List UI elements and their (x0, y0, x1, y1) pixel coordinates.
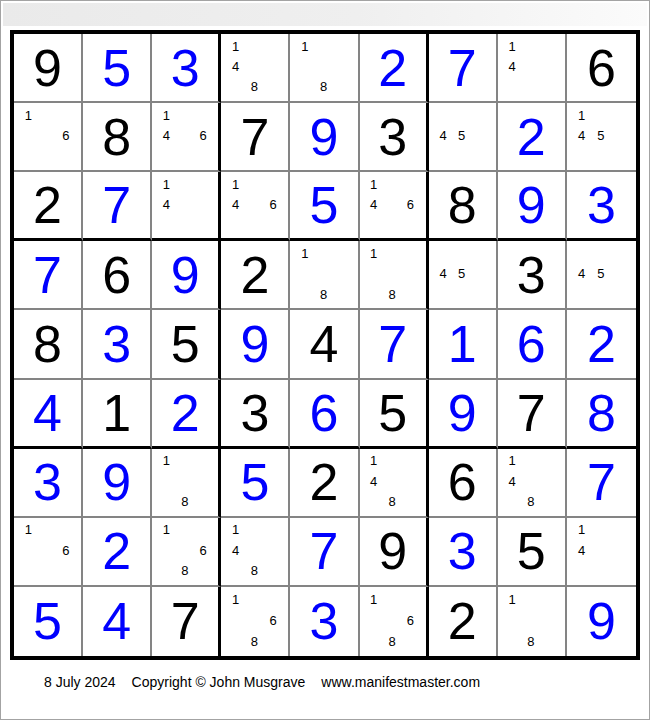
pencil-mark-4: 4 (365, 194, 383, 214)
cell-r1c9[interactable]: 6 (567, 34, 636, 103)
pencil-mark-3 (194, 451, 212, 471)
cell-r3c3[interactable]: 14 (152, 172, 221, 241)
cell-r4c1[interactable]: 7 (14, 241, 83, 310)
pencil-mark-8 (176, 146, 194, 166)
pencil-mark-6 (540, 471, 559, 491)
pencil-mark-9 (540, 77, 559, 97)
cell-r5c4[interactable]: 9 (221, 310, 290, 379)
pencil-mark-2 (176, 520, 194, 540)
cell-r5c3[interactable]: 5 (152, 310, 221, 379)
pencil-mark-5 (521, 56, 540, 76)
pencil-mark-6 (333, 56, 352, 76)
pencil-mark-3 (56, 105, 75, 125)
cell-r7c7[interactable]: 6 (429, 449, 498, 518)
cell-value: 6 (448, 456, 477, 508)
pencil-mark-2 (245, 520, 264, 540)
pencil-mark-4: 4 (572, 540, 591, 560)
pencil-mark-1: 1 (295, 243, 314, 263)
cell-r6c8[interactable]: 7 (498, 380, 567, 449)
pencil-mark-5 (245, 610, 264, 631)
cell-r2c8[interactable]: 2 (498, 103, 567, 172)
pencil-mark-8 (176, 214, 194, 234)
pencil-mark-3 (401, 174, 419, 194)
pencil-mark-8 (383, 214, 401, 234)
pencil-mark-8: 8 (176, 491, 194, 511)
pencil-mark-5 (245, 540, 264, 560)
pencil-mark-4: 4 (157, 194, 175, 214)
pencil-mark-6 (471, 125, 490, 145)
pencil-mark-4 (365, 264, 383, 284)
pencil-mark-9 (611, 561, 630, 581)
pencil-marks: 148 (221, 518, 288, 585)
pencil-mark-2 (591, 243, 610, 263)
pencil-mark-5 (521, 610, 540, 631)
cell-r3c7[interactable]: 8 (429, 172, 498, 241)
pencil-mark-7 (19, 561, 38, 581)
cell-r8c5[interactable]: 7 (290, 518, 359, 587)
pencil-mark-6: 6 (194, 540, 212, 560)
cell-value: 3 (33, 456, 62, 508)
pencil-mark-1: 1 (157, 174, 175, 194)
pencil-mark-2 (38, 520, 57, 540)
cell-value: 3 (587, 179, 616, 231)
cell-value: 9 (587, 595, 616, 647)
cell-r5c6[interactable]: 7 (360, 310, 429, 379)
cell-r2c2[interactable]: 8 (83, 103, 152, 172)
pencil-mark-7 (365, 631, 383, 652)
pencil-mark-1: 1 (19, 105, 38, 125)
cell-r2c9[interactable]: 145 (567, 103, 636, 172)
pencil-mark-9 (401, 284, 419, 304)
pencil-mark-3 (471, 105, 490, 125)
pencil-mark-8 (591, 284, 610, 304)
cell-value: 9 (33, 42, 62, 94)
pencil-mark-1: 1 (226, 174, 245, 194)
cell-r2c3[interactable]: 146 (152, 103, 221, 172)
pencil-mark-3 (264, 36, 283, 56)
pencil-mark-2 (245, 174, 264, 194)
cell-value: 3 (378, 111, 407, 163)
cell-r7c3[interactable]: 18 (152, 449, 221, 518)
cell-r7c6[interactable]: 148 (360, 449, 429, 518)
pencil-mark-9 (56, 561, 75, 581)
cell-r9c6[interactable]: 168 (360, 587, 429, 656)
cell-value: 8 (587, 387, 616, 439)
cell-r5c7[interactable]: 1 (429, 310, 498, 379)
cell-r5c5[interactable]: 4 (290, 310, 359, 379)
pencil-mark-8 (245, 214, 264, 234)
cell-r7c8[interactable]: 148 (498, 449, 567, 518)
pencil-mark-2 (176, 105, 194, 125)
cell-r8c4[interactable]: 148 (221, 518, 290, 587)
pencil-mark-1 (434, 105, 453, 125)
pencil-mark-7 (503, 491, 522, 511)
pencil-mark-3 (471, 243, 490, 263)
pencil-mark-7 (572, 284, 591, 304)
cell-r4c4[interactable]: 2 (221, 241, 290, 310)
cell-value: 3 (310, 595, 339, 647)
cell-value: 9 (102, 456, 131, 508)
cell-r8c7[interactable]: 3 (429, 518, 498, 587)
pencil-mark-4: 4 (503, 471, 522, 491)
cell-r3c2[interactable]: 7 (83, 172, 152, 241)
pencil-mark-6: 6 (264, 194, 283, 214)
pencil-mark-1 (434, 243, 453, 263)
pencil-mark-4: 4 (226, 194, 245, 214)
pencil-mark-9 (611, 284, 630, 304)
pencil-mark-1: 1 (226, 589, 245, 610)
pencil-mark-9 (471, 284, 490, 304)
pencil-mark-1: 1 (157, 105, 175, 125)
cell-r6c7[interactable]: 9 (429, 380, 498, 449)
cell-r8c2[interactable]: 2 (83, 518, 152, 587)
cell-r5c8[interactable]: 6 (498, 310, 567, 379)
cell-r5c9[interactable]: 2 (567, 310, 636, 379)
cell-r4c2[interactable]: 6 (83, 241, 152, 310)
cell-r7c4[interactable]: 5 (221, 449, 290, 518)
pencil-mark-2 (383, 243, 401, 263)
cell-r3c5[interactable]: 5 (290, 172, 359, 241)
pencil-mark-7 (226, 631, 245, 652)
cell-value: 9 (448, 387, 477, 439)
pencil-mark-3 (611, 105, 630, 125)
pencil-mark-3 (333, 36, 352, 56)
cell-r6c3[interactable]: 2 (152, 380, 221, 449)
cell-r6c5[interactable]: 6 (290, 380, 359, 449)
pencil-mark-1: 1 (365, 243, 383, 263)
pencil-mark-9 (194, 146, 212, 166)
pencil-mark-9 (194, 214, 212, 234)
cell-value: 4 (33, 387, 62, 439)
pencil-mark-4: 4 (503, 56, 522, 76)
pencil-mark-4 (503, 610, 522, 631)
cell-value: 7 (378, 318, 407, 370)
cell-r1c8[interactable]: 14 (498, 34, 567, 103)
cell-value: 2 (102, 525, 131, 577)
cell-r7c9[interactable]: 7 (567, 449, 636, 518)
cell-r9c2[interactable]: 4 (83, 587, 152, 656)
pencil-mark-2 (383, 451, 401, 471)
pencil-mark-4: 4 (572, 264, 591, 284)
pencil-mark-2 (314, 243, 333, 263)
pencil-mark-4 (157, 471, 175, 491)
pencil-marks: 168 (152, 518, 218, 585)
pencil-mark-5 (383, 194, 401, 214)
cell-r2c4[interactable]: 7 (221, 103, 290, 172)
pencil-mark-1 (572, 243, 591, 263)
pencil-mark-9 (401, 631, 419, 652)
page: 9531481827146168146793452145271414651468… (0, 0, 650, 720)
pencil-mark-9 (540, 631, 559, 652)
cell-r4c3[interactable]: 9 (152, 241, 221, 310)
pencil-mark-5 (383, 264, 401, 284)
cell-r4c6[interactable]: 18 (360, 241, 429, 310)
pencil-mark-6 (611, 264, 630, 284)
cell-r7c1[interactable]: 3 (14, 449, 83, 518)
cell-r1c4[interactable]: 148 (221, 34, 290, 103)
pencil-mark-4: 4 (226, 540, 245, 560)
cell-r3c4[interactable]: 146 (221, 172, 290, 241)
pencil-mark-1: 1 (572, 520, 591, 540)
pencil-mark-5 (383, 471, 401, 491)
pencil-mark-1: 1 (503, 451, 522, 471)
pencil-mark-6 (471, 264, 490, 284)
pencil-mark-6: 6 (401, 194, 419, 214)
pencil-marks: 18 (290, 34, 357, 101)
pencil-mark-1: 1 (226, 520, 245, 540)
pencil-mark-9 (333, 77, 352, 97)
pencil-marks: 168 (221, 587, 288, 656)
pencil-marks: 45 (429, 241, 496, 308)
cell-r1c3[interactable]: 3 (152, 34, 221, 103)
cell-r3c9[interactable]: 3 (567, 172, 636, 241)
cell-r9c8[interactable]: 18 (498, 587, 567, 656)
cell-r2c1[interactable]: 16 (14, 103, 83, 172)
pencil-mark-4 (295, 56, 314, 76)
pencil-mark-1: 1 (503, 589, 522, 610)
pencil-mark-2 (383, 174, 401, 194)
pencil-mark-9 (333, 284, 352, 304)
pencil-mark-6 (264, 56, 283, 76)
pencil-mark-2 (176, 174, 194, 194)
pencil-marks: 14 (567, 518, 636, 585)
pencil-marks: 14 (152, 172, 218, 238)
cell-r8c1[interactable]: 16 (14, 518, 83, 587)
pencil-mark-6 (401, 471, 419, 491)
pencil-mark-3 (540, 589, 559, 610)
pencil-mark-7 (157, 146, 175, 166)
pencil-mark-8: 8 (245, 631, 264, 652)
pencil-mark-8: 8 (176, 561, 194, 581)
pencil-mark-9 (194, 561, 212, 581)
pencil-mark-8 (521, 77, 540, 97)
pencil-marks: 146 (221, 172, 288, 238)
cell-value: 8 (102, 111, 131, 163)
cell-r4c7[interactable]: 45 (429, 241, 498, 310)
cell-r9c4[interactable]: 168 (221, 587, 290, 656)
pencil-mark-3 (540, 36, 559, 56)
pencil-mark-7 (503, 77, 522, 97)
pencil-mark-7 (572, 146, 591, 166)
cell-r3c6[interactable]: 146 (360, 172, 429, 241)
pencil-mark-8: 8 (521, 491, 540, 511)
pencil-mark-1: 1 (503, 36, 522, 56)
pencil-mark-7 (157, 214, 175, 234)
cell-r6c6[interactable]: 5 (360, 380, 429, 449)
pencil-mark-8 (38, 561, 57, 581)
cell-value: 7 (587, 456, 616, 508)
pencil-mark-1: 1 (19, 520, 38, 540)
pencil-mark-7 (226, 214, 245, 234)
pencil-mark-8: 8 (383, 491, 401, 511)
pencil-mark-6 (194, 194, 212, 214)
cell-r2c7[interactable]: 45 (429, 103, 498, 172)
cell-value: 2 (517, 111, 546, 163)
cell-r6c4[interactable]: 3 (221, 380, 290, 449)
cell-r4c9[interactable]: 45 (567, 241, 636, 310)
pencil-marks: 146 (152, 103, 218, 170)
pencil-mark-8: 8 (314, 77, 333, 97)
pencil-mark-9 (401, 491, 419, 511)
cell-r1c2[interactable]: 5 (83, 34, 152, 103)
pencil-mark-6 (401, 264, 419, 284)
cell-r9c7[interactable]: 2 (429, 587, 498, 656)
pencil-mark-8 (591, 146, 610, 166)
pencil-mark-3 (611, 243, 630, 263)
pencil-mark-1: 1 (295, 36, 314, 56)
cell-r8c8[interactable]: 5 (498, 518, 567, 587)
pencil-mark-7 (572, 561, 591, 581)
cell-r6c9[interactable]: 8 (567, 380, 636, 449)
cell-value: 3 (171, 42, 200, 94)
pencil-mark-7 (434, 284, 453, 304)
pencil-mark-7 (226, 77, 245, 97)
pencil-mark-8 (38, 146, 57, 166)
cell-value: 7 (240, 111, 269, 163)
footer-date: 8 July 2024 (44, 672, 116, 692)
pencil-mark-2 (245, 589, 264, 610)
cell-value: 7 (33, 249, 62, 301)
cell-value: 2 (33, 179, 62, 231)
pencil-mark-8: 8 (245, 561, 264, 581)
pencil-mark-2 (591, 520, 610, 540)
cell-r1c5[interactable]: 18 (290, 34, 359, 103)
pencil-marks: 168 (360, 587, 426, 656)
cell-r1c7[interactable]: 7 (429, 34, 498, 103)
cell-value: 6 (310, 387, 339, 439)
cell-value: 4 (310, 318, 339, 370)
pencil-mark-4 (19, 540, 38, 560)
pencil-mark-4 (19, 125, 38, 145)
pencil-mark-4: 4 (157, 125, 175, 145)
footer-website: www.manifestmaster.com (321, 672, 480, 692)
cell-value: 2 (587, 318, 616, 370)
cell-value: 2 (240, 249, 269, 301)
cell-value: 5 (240, 456, 269, 508)
pencil-mark-6 (611, 540, 630, 560)
pencil-mark-4: 4 (365, 471, 383, 491)
pencil-mark-3 (401, 589, 419, 610)
cell-value: 9 (517, 179, 546, 231)
cell-r7c2[interactable]: 9 (83, 449, 152, 518)
pencil-mark-7 (295, 77, 314, 97)
cell-r2c6[interactable]: 3 (360, 103, 429, 172)
cell-value: 7 (310, 525, 339, 577)
cell-value: 7 (517, 387, 546, 439)
pencil-mark-9 (471, 146, 490, 166)
cell-value: 5 (378, 387, 407, 439)
cell-r8c9[interactable]: 14 (567, 518, 636, 587)
pencil-marks: 18 (290, 241, 357, 308)
pencil-mark-3 (194, 105, 212, 125)
cell-r2c5[interactable]: 9 (290, 103, 359, 172)
pencil-marks: 45 (567, 241, 636, 308)
cell-value: 2 (378, 42, 407, 94)
cell-r1c1[interactable]: 9 (14, 34, 83, 103)
cell-r5c1[interactable]: 8 (14, 310, 83, 379)
cell-r7c5[interactable]: 2 (290, 449, 359, 518)
cell-r8c3[interactable]: 168 (152, 518, 221, 587)
pencil-mark-6 (540, 56, 559, 76)
pencil-mark-7 (434, 146, 453, 166)
pencil-mark-3 (56, 520, 75, 540)
cell-r3c8[interactable]: 9 (498, 172, 567, 241)
pencil-mark-5 (521, 471, 540, 491)
cell-r5c2[interactable]: 3 (83, 310, 152, 379)
cell-r9c3[interactable]: 7 (152, 587, 221, 656)
pencil-mark-7 (157, 491, 175, 511)
pencil-mark-4 (295, 264, 314, 284)
pencil-mark-2 (521, 36, 540, 56)
cell-r9c9[interactable]: 9 (567, 587, 636, 656)
pencil-marks: 45 (429, 103, 496, 170)
cell-r9c5[interactable]: 3 (290, 587, 359, 656)
pencil-mark-3 (540, 451, 559, 471)
cell-r4c8[interactable]: 3 (498, 241, 567, 310)
pencil-mark-2 (521, 589, 540, 610)
pencil-mark-5: 5 (591, 264, 610, 284)
cell-r3c1[interactable]: 2 (14, 172, 83, 241)
pencil-mark-5 (383, 610, 401, 631)
pencil-mark-4 (365, 610, 383, 631)
pencil-mark-1: 1 (365, 589, 383, 610)
cell-value: 6 (102, 249, 131, 301)
pencil-mark-7 (503, 631, 522, 652)
pencil-mark-5: 5 (591, 125, 610, 145)
pencil-mark-1: 1 (226, 36, 245, 56)
pencil-mark-4 (157, 540, 175, 560)
pencil-mark-8 (452, 284, 471, 304)
pencil-mark-1: 1 (365, 174, 383, 194)
pencil-mark-9 (264, 214, 283, 234)
cell-r6c2[interactable]: 1 (83, 380, 152, 449)
pencil-mark-8: 8 (383, 284, 401, 304)
cell-r9c1[interactable]: 5 (14, 587, 83, 656)
header-bar (3, 3, 647, 26)
cell-value: 2 (310, 456, 339, 508)
cell-r4c5[interactable]: 18 (290, 241, 359, 310)
pencil-mark-4: 4 (434, 264, 453, 284)
pencil-mark-1: 1 (572, 105, 591, 125)
pencil-mark-2 (38, 105, 57, 125)
pencil-mark-6 (333, 264, 352, 284)
cell-value: 9 (171, 249, 200, 301)
cell-r8c6[interactable]: 9 (360, 518, 429, 587)
cell-r1c6[interactable]: 2 (360, 34, 429, 103)
pencil-mark-4 (226, 610, 245, 631)
pencil-marks: 146 (360, 172, 426, 238)
pencil-mark-5 (176, 471, 194, 491)
pencil-mark-7 (365, 284, 383, 304)
footer-copyright: Copyright © John Musgrave (132, 672, 306, 692)
pencil-mark-4: 4 (572, 125, 591, 145)
pencil-mark-5 (38, 540, 57, 560)
pencil-marks: 18 (498, 587, 565, 656)
cell-value: 9 (310, 111, 339, 163)
cell-value: 8 (33, 318, 62, 370)
pencil-mark-3 (194, 174, 212, 194)
pencil-mark-5 (176, 540, 194, 560)
cell-value: 7 (448, 42, 477, 94)
pencil-mark-5 (591, 540, 610, 560)
cell-value: 1 (102, 387, 131, 439)
pencil-mark-3 (264, 589, 283, 610)
cell-r6c1[interactable]: 4 (14, 380, 83, 449)
pencil-mark-5 (38, 125, 57, 145)
pencil-mark-5 (176, 125, 194, 145)
pencil-mark-6: 6 (264, 610, 283, 631)
pencil-mark-7 (226, 561, 245, 581)
